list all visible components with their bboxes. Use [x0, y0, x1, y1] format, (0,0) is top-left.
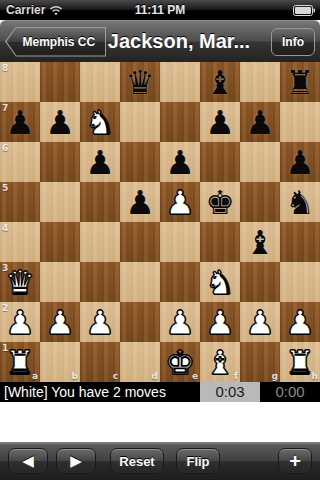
square-b2[interactable]: ♟	[40, 302, 80, 342]
piece-white-pawn: ♟	[240, 302, 280, 342]
file-label-c: c	[113, 371, 118, 381]
square-c6[interactable]: ♟	[80, 142, 120, 182]
square-e8[interactable]	[160, 62, 200, 102]
square-e2[interactable]: ♟	[160, 302, 200, 342]
square-d5[interactable]: ♟	[120, 182, 160, 222]
square-f6[interactable]	[200, 142, 240, 182]
square-a1[interactable]: 1a♜	[0, 342, 40, 382]
square-h4[interactable]	[280, 222, 320, 262]
piece-white-pawn: ♟	[200, 302, 240, 342]
flip-button-label: Flip	[186, 454, 209, 469]
piece-black-rook: ♜	[280, 62, 320, 102]
square-e1[interactable]: e♚	[160, 342, 200, 382]
square-f8[interactable]: ♝	[200, 62, 240, 102]
piece-black-pawn: ♟	[240, 102, 280, 142]
info-button[interactable]: Info	[271, 28, 315, 56]
square-b4[interactable]	[40, 222, 80, 262]
square-a2[interactable]: 2♟	[0, 302, 40, 342]
reset-button[interactable]: Reset	[110, 448, 164, 474]
square-b5[interactable]	[40, 182, 80, 222]
black-clock: 0:00	[260, 382, 320, 402]
square-g4[interactable]: ♝	[240, 222, 280, 262]
square-f2[interactable]: ♟	[200, 302, 240, 342]
square-e5[interactable]: ♟	[160, 182, 200, 222]
piece-black-bishop: ♝	[200, 62, 240, 102]
square-c5[interactable]	[80, 182, 120, 222]
turn-message: [White] You have 2 moves	[0, 382, 200, 402]
piece-white-pawn: ♟	[160, 182, 200, 222]
piece-black-queen: ♛	[120, 62, 160, 102]
chess-board: 8♛♝♜7♟♟♞♟♟6♟♟♟5♟♟♚♞4♝3♛♞2♟♟♟♟♟♟♟1a♜bcde♚…	[0, 62, 320, 382]
piece-white-queen: ♛	[0, 262, 40, 302]
square-f5[interactable]: ♚	[200, 182, 240, 222]
piece-white-rook: ♜	[280, 342, 320, 382]
piece-white-pawn: ♟	[160, 302, 200, 342]
right-arrow-icon: ▶	[70, 452, 82, 470]
piece-black-pawn: ♟	[160, 142, 200, 182]
plus-icon: +	[289, 450, 301, 473]
square-g3[interactable]	[240, 262, 280, 302]
piece-white-rook: ♜	[0, 342, 40, 382]
file-label-b: b	[72, 371, 78, 381]
file-label-d: d	[152, 371, 158, 381]
square-h5[interactable]: ♞	[280, 182, 320, 222]
piece-white-pawn: ♟	[40, 302, 80, 342]
square-h1[interactable]: h♜	[280, 342, 320, 382]
left-arrow-icon: ◀	[22, 452, 34, 470]
info-button-label: Info	[282, 35, 304, 49]
square-c8[interactable]	[80, 62, 120, 102]
piece-white-knight: ♞	[80, 102, 120, 142]
square-d8[interactable]: ♛	[120, 62, 160, 102]
square-c3[interactable]	[80, 262, 120, 302]
piece-black-king: ♚	[200, 182, 240, 222]
square-h7[interactable]	[280, 102, 320, 142]
move-list-area	[0, 402, 320, 442]
square-b1[interactable]: b	[40, 342, 80, 382]
square-g7[interactable]: ♟	[240, 102, 280, 142]
square-b7[interactable]: ♟	[40, 102, 80, 142]
square-e6[interactable]: ♟	[160, 142, 200, 182]
square-c1[interactable]: c	[80, 342, 120, 382]
piece-black-pawn: ♟	[40, 102, 80, 142]
square-e3[interactable]	[160, 262, 200, 302]
square-g5[interactable]	[240, 182, 280, 222]
square-e7[interactable]	[160, 102, 200, 142]
square-c7[interactable]: ♞	[80, 102, 120, 142]
square-h8[interactable]: ♜	[280, 62, 320, 102]
square-d2[interactable]	[120, 302, 160, 342]
rank-label-4: 4	[2, 223, 8, 233]
flip-button[interactable]: Flip	[176, 448, 220, 474]
next-move-button[interactable]: ▶	[56, 448, 96, 474]
square-a8[interactable]: 8	[0, 62, 40, 102]
square-c4[interactable]	[80, 222, 120, 262]
add-game-button[interactable]: +	[278, 448, 312, 474]
reset-button-label: Reset	[119, 454, 154, 469]
square-d1[interactable]: d	[120, 342, 160, 382]
square-d7[interactable]	[120, 102, 160, 142]
square-b8[interactable]	[40, 62, 80, 102]
square-h3[interactable]	[280, 262, 320, 302]
file-label-g: g	[272, 371, 278, 381]
rank-label-8: 8	[2, 63, 8, 73]
square-e4[interactable]	[160, 222, 200, 262]
square-a5[interactable]: 5	[0, 182, 40, 222]
square-g6[interactable]	[240, 142, 280, 182]
white-clock: 0:03	[200, 382, 260, 402]
square-a4[interactable]: 4	[0, 222, 40, 262]
square-a7[interactable]: 7♟	[0, 102, 40, 142]
square-h6[interactable]: ♟	[280, 142, 320, 182]
app-window: Carrier 11:11 PM Memp	[0, 0, 320, 480]
bottom-toolbar: ◀ ▶ Reset Flip +	[0, 442, 320, 480]
piece-white-pawn: ♟	[280, 302, 320, 342]
square-d3[interactable]	[120, 262, 160, 302]
page-title: Jackson, Mar...	[88, 30, 270, 53]
game-status-strip: [White] You have 2 moves 0:03 0:00	[0, 382, 320, 402]
piece-black-pawn: ♟	[120, 182, 160, 222]
piece-white-knight: ♞	[200, 262, 240, 302]
rank-label-5: 5	[2, 183, 8, 193]
previous-move-button[interactable]: ◀	[8, 448, 48, 474]
square-a3[interactable]: 3♛	[0, 262, 40, 302]
back-button-label: Memphis CC	[23, 35, 96, 49]
square-f1[interactable]: f♝	[200, 342, 240, 382]
square-d4[interactable]	[120, 222, 160, 262]
piece-white-king: ♚	[160, 342, 200, 382]
square-f3[interactable]: ♞	[200, 262, 240, 302]
piece-black-pawn: ♟	[280, 142, 320, 182]
square-d6[interactable]	[120, 142, 160, 182]
square-h2[interactable]: ♟	[280, 302, 320, 342]
rank-label-6: 6	[2, 143, 8, 153]
piece-white-pawn: ♟	[0, 302, 40, 342]
square-g2[interactable]: ♟	[240, 302, 280, 342]
piece-white-bishop: ♝	[200, 342, 240, 382]
square-g1[interactable]: g	[240, 342, 280, 382]
square-a6[interactable]: 6	[0, 142, 40, 182]
square-f7[interactable]: ♟	[200, 102, 240, 142]
piece-white-pawn: ♟	[80, 302, 120, 342]
square-f4[interactable]	[200, 222, 240, 262]
square-b3[interactable]	[40, 262, 80, 302]
piece-black-knight: ♞	[280, 182, 320, 222]
square-b6[interactable]	[40, 142, 80, 182]
piece-black-pawn: ♟	[80, 142, 120, 182]
square-g8[interactable]	[240, 62, 280, 102]
piece-black-pawn: ♟	[200, 102, 240, 142]
status-bar: Carrier 11:11 PM	[0, 0, 320, 20]
square-c2[interactable]: ♟	[80, 302, 120, 342]
clock-time: 11:11 PM	[0, 3, 320, 17]
piece-black-pawn: ♟	[0, 102, 40, 142]
navigation-bar: Memphis CC Jackson, Mar... Info	[0, 20, 320, 62]
piece-black-bishop: ♝	[240, 222, 280, 262]
